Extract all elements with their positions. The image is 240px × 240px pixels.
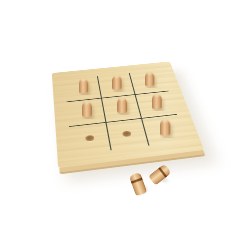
peg-hole [122, 131, 132, 137]
wooden-peg[interactable] [152, 94, 162, 109]
board-cell-r3c3[interactable] [142, 114, 187, 145]
wooden-peg[interactable] [117, 98, 127, 113]
wooden-peg[interactable] [160, 119, 171, 135]
wooden-peg[interactable] [112, 75, 122, 89]
board-cell-r2c1[interactable] [67, 98, 106, 127]
wooden-peg[interactable] [145, 72, 154, 86]
wooden-peg[interactable] [78, 79, 88, 93]
product-photo-stage [0, 0, 240, 240]
board-cell-r3c1[interactable] [69, 123, 111, 155]
peg-hole [85, 135, 94, 142]
board-grid [65, 70, 187, 155]
wooden-peg[interactable] [81, 102, 91, 117]
game-board [52, 61, 204, 168]
